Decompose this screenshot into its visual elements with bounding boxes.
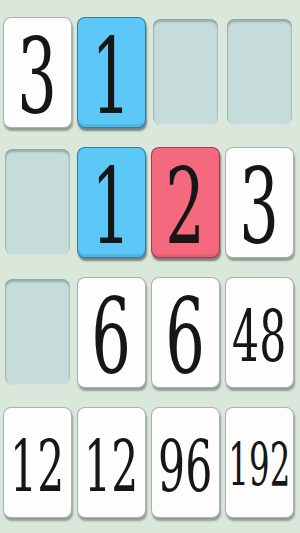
empty-well — [5, 279, 70, 385]
card-48[interactable]: 48 — [225, 277, 294, 388]
card-12[interactable]: 12 — [3, 407, 72, 518]
card-value: 1 — [92, 25, 132, 129]
card-12[interactable]: 12 — [77, 407, 146, 518]
card-value: 192 — [229, 436, 291, 495]
empty-well — [153, 19, 218, 125]
board-cell-r1c4 — [225, 17, 294, 128]
card-3[interactable]: 3 — [225, 147, 294, 258]
card-value: 3 — [240, 155, 280, 259]
board-cell-r3c4: 48 — [225, 277, 294, 388]
card-value: 12 — [10, 431, 64, 502]
board-cell-r3c1 — [3, 277, 72, 388]
card-6[interactable]: 6 — [77, 277, 146, 388]
board-cell-r2c1 — [3, 147, 72, 258]
board-cell-r3c3: 6 — [151, 277, 220, 388]
board-cell-r4c3: 96 — [151, 407, 220, 518]
card-value: 6 — [166, 285, 206, 389]
card-1[interactable]: 1 — [77, 17, 146, 128]
board-cell-r2c4: 3 — [225, 147, 294, 258]
card-value: 6 — [92, 285, 132, 389]
board-cell-r4c4: 192 — [225, 407, 294, 518]
board-cell-r1c3 — [151, 17, 220, 128]
board-cell-r1c1: 3 — [3, 17, 72, 128]
card-value: 12 — [84, 431, 138, 502]
game-board[interactable]: 311236648121296192 — [0, 0, 300, 533]
board-cell-r2c3: 2 — [151, 147, 220, 258]
card-value: 96 — [158, 431, 212, 502]
card-2[interactable]: 2 — [151, 147, 220, 258]
board-cell-r1c2: 1 — [77, 17, 146, 128]
board-cell-r3c2: 6 — [77, 277, 146, 388]
card-6[interactable]: 6 — [151, 277, 220, 388]
empty-well — [5, 149, 70, 255]
board-cell-r2c2: 1 — [77, 147, 146, 258]
card-value: 3 — [18, 25, 58, 129]
card-value: 2 — [166, 155, 206, 259]
card-3[interactable]: 3 — [3, 17, 72, 128]
card-value: 48 — [232, 301, 286, 372]
card-96[interactable]: 96 — [151, 407, 220, 518]
board-cell-r4c1: 12 — [3, 407, 72, 518]
empty-well — [227, 19, 292, 125]
card-1[interactable]: 1 — [77, 147, 146, 258]
card-value: 1 — [92, 155, 132, 259]
card-192[interactable]: 192 — [225, 407, 294, 518]
board-cell-r4c2: 12 — [77, 407, 146, 518]
